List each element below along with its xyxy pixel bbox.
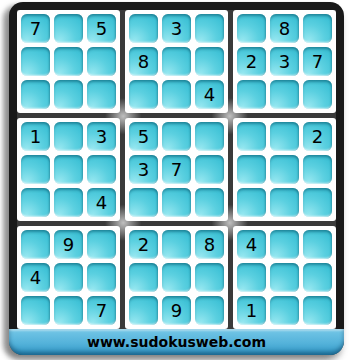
sudoku-cell[interactable] — [303, 155, 332, 184]
sudoku-cell[interactable] — [270, 188, 299, 217]
sudoku-cell[interactable]: 2 — [303, 122, 332, 151]
sudoku-cell[interactable] — [54, 188, 83, 217]
sudoku-cell[interactable] — [195, 122, 224, 151]
sudoku-cell[interactable] — [21, 80, 50, 109]
sudoku-cell[interactable]: 3 — [270, 47, 299, 76]
sudoku-cell[interactable] — [54, 155, 83, 184]
sudoku-cell[interactable] — [129, 14, 158, 43]
sudoku-cell[interactable] — [303, 80, 332, 109]
sudoku-cell[interactable] — [21, 155, 50, 184]
sudoku-cell[interactable] — [162, 263, 191, 292]
sudoku-cell[interactable] — [237, 188, 266, 217]
sudoku-cell[interactable] — [129, 263, 158, 292]
sudoku-cell[interactable]: 3 — [87, 122, 116, 151]
sudoku-cell[interactable]: 4 — [195, 80, 224, 109]
sudoku-cell[interactable] — [54, 80, 83, 109]
sudoku-cell[interactable]: 1 — [21, 122, 50, 151]
sudoku-cell[interactable]: 3 — [162, 14, 191, 43]
sudoku-box: 41 — [233, 226, 336, 329]
sudoku-cell[interactable] — [195, 47, 224, 76]
sudoku-cell[interactable] — [195, 263, 224, 292]
sudoku-cell[interactable] — [162, 47, 191, 76]
sudoku-cell[interactable] — [270, 263, 299, 292]
site-url: www.sudokusweb.com — [87, 334, 266, 350]
sudoku-cell[interactable] — [237, 14, 266, 43]
sudoku-cell[interactable] — [303, 263, 332, 292]
sudoku-cell[interactable]: 8 — [270, 14, 299, 43]
sudoku-board: 753848237134537294728941 www.sudokusweb.… — [9, 2, 344, 355]
sudoku-cell[interactable]: 5 — [129, 122, 158, 151]
sudoku-cell[interactable] — [87, 80, 116, 109]
sudoku-cell[interactable] — [87, 155, 116, 184]
sudoku-cell[interactable]: 4 — [87, 188, 116, 217]
sudoku-box: 134 — [17, 118, 120, 221]
sudoku-cell[interactable] — [54, 14, 83, 43]
footer-bar: www.sudokusweb.com — [9, 329, 344, 355]
sudoku-cell[interactable]: 7 — [162, 155, 191, 184]
sudoku-cell[interactable] — [162, 188, 191, 217]
sudoku-cell[interactable]: 3 — [129, 155, 158, 184]
sudoku-cell[interactable] — [270, 155, 299, 184]
sudoku-cell[interactable] — [162, 230, 191, 259]
sudoku-cell[interactable] — [21, 188, 50, 217]
sudoku-cell[interactable]: 7 — [87, 296, 116, 325]
sudoku-cell[interactable] — [54, 296, 83, 325]
sudoku-cell[interactable] — [195, 155, 224, 184]
sudoku-box: 537 — [125, 118, 228, 221]
sudoku-cell[interactable] — [237, 80, 266, 109]
sudoku-cell[interactable] — [270, 296, 299, 325]
sudoku-box: 947 — [17, 226, 120, 329]
sudoku-cell[interactable] — [303, 296, 332, 325]
sudoku-box: 289 — [125, 226, 228, 329]
sudoku-cell[interactable] — [87, 230, 116, 259]
sudoku-cell[interactable] — [129, 188, 158, 217]
sudoku-cell[interactable]: 7 — [303, 47, 332, 76]
sudoku-cell[interactable] — [129, 80, 158, 109]
sudoku-cell[interactable] — [162, 80, 191, 109]
sudoku-cell[interactable]: 4 — [237, 230, 266, 259]
sudoku-cell[interactable] — [195, 296, 224, 325]
sudoku-cell[interactable] — [54, 47, 83, 76]
sudoku-cell[interactable] — [303, 230, 332, 259]
sudoku-cell[interactable] — [129, 296, 158, 325]
sudoku-cell[interactable] — [87, 47, 116, 76]
sudoku-cell[interactable] — [237, 122, 266, 151]
sudoku-box: 8237 — [233, 10, 336, 113]
sudoku-cell[interactable] — [303, 188, 332, 217]
sudoku-cell[interactable] — [303, 14, 332, 43]
sudoku-cell[interactable] — [162, 122, 191, 151]
sudoku-cell[interactable] — [21, 47, 50, 76]
sudoku-cell[interactable] — [87, 263, 116, 292]
sudoku-cell[interactable] — [195, 188, 224, 217]
sudoku-cell[interactable] — [21, 296, 50, 325]
sudoku-cell[interactable]: 8 — [195, 230, 224, 259]
sudoku-cell[interactable]: 2 — [129, 230, 158, 259]
sudoku-box: 75 — [17, 10, 120, 113]
sudoku-cell[interactable]: 1 — [237, 296, 266, 325]
sudoku-box: 384 — [125, 10, 228, 113]
sudoku-cell[interactable] — [21, 230, 50, 259]
sudoku-grid: 753848237134537294728941 — [17, 10, 336, 329]
sudoku-cell[interactable]: 4 — [21, 263, 50, 292]
sudoku-cell[interactable]: 2 — [237, 47, 266, 76]
sudoku-cell[interactable] — [237, 155, 266, 184]
sudoku-cell[interactable] — [270, 230, 299, 259]
sudoku-cell[interactable]: 9 — [54, 230, 83, 259]
sudoku-cell[interactable] — [54, 122, 83, 151]
sudoku-cell[interactable]: 7 — [21, 14, 50, 43]
sudoku-box: 2 — [233, 118, 336, 221]
sudoku-cell[interactable] — [54, 263, 83, 292]
sudoku-cell[interactable] — [270, 122, 299, 151]
sudoku-cell[interactable] — [195, 14, 224, 43]
sudoku-cell[interactable] — [237, 263, 266, 292]
sudoku-cell[interactable]: 9 — [162, 296, 191, 325]
sudoku-cell[interactable]: 5 — [87, 14, 116, 43]
sudoku-cell[interactable]: 8 — [129, 47, 158, 76]
sudoku-cell[interactable] — [270, 80, 299, 109]
